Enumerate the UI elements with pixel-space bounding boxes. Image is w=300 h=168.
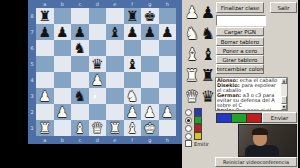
square-c8[interactable] [71,8,89,24]
square-h7[interactable]: ♟ [159,24,177,40]
draw-color-row-red [185,124,215,132]
load-pgn-button[interactable]: Cargar PGN [216,27,264,36]
square-g1[interactable]: ♚ [141,120,159,136]
square-c6[interactable]: ♞ [71,40,89,56]
square-g3[interactable] [141,88,159,104]
piece-palette: ♟♟♞♞♝♝♜♜♛♛ [184,2,216,108]
webcam-video [238,124,297,157]
file-label-e: e [106,0,124,8]
square-e5[interactable] [106,56,124,72]
square-h3[interactable] [159,88,177,104]
file-label-f: f [124,136,142,144]
square-c4[interactable] [71,72,89,88]
scroll-down-icon[interactable]: ▼ [281,104,287,110]
black-knight[interactable]: ♞ [71,40,89,56]
square-g6[interactable] [141,40,159,56]
file-label-h: h [159,0,177,8]
reset-button[interactable]: Poner a cero [216,46,264,55]
square-g2[interactable]: ♟ [141,104,159,120]
color-radio-yellow[interactable] [185,133,192,140]
square-e4[interactable] [106,72,124,88]
rank-label-7: 7 [28,24,36,40]
white-pawn[interactable]: ♟ [54,104,72,120]
white-bishop[interactable]: ♝ [124,120,142,136]
white-knight[interactable]: ♞ [124,88,142,104]
exit-button[interactable]: Salir [270,2,297,13]
black-queen[interactable]: ♛ [89,56,107,72]
file-label-a: a [36,136,54,144]
file-label-e: e [106,136,124,144]
file-label-b: b [54,136,72,144]
square-h4[interactable] [159,72,177,88]
square-e3[interactable] [106,88,124,104]
draw-color-row-blue [185,108,215,116]
square-f1[interactable]: ♝ [124,120,142,136]
black-pawn[interactable]: ♟ [71,24,89,40]
file-label-c: c [71,136,89,144]
square-g4[interactable] [141,72,159,88]
square-c1[interactable]: ♝ [71,120,89,136]
color-swatch-green[interactable] [194,116,202,124]
rank-label-2: 2 [28,104,36,120]
palette-black-rook[interactable]: ♜ [200,65,216,86]
square-h8[interactable] [159,8,177,24]
square-c2[interactable] [71,104,89,120]
black-pawn[interactable]: ♟ [159,24,177,40]
swap-colors-button[interactable]: Intercambiar colores [216,64,264,74]
square-b4[interactable] [54,72,72,88]
white-pawn[interactable]: ♟ [89,72,107,88]
color-radio-green[interactable] [185,117,192,124]
scroll-up-icon[interactable]: ▲ [281,78,287,84]
palette-black-pawn[interactable]: ♟ [200,2,216,23]
chat-message: brujo: Que pasa si el cambio con gananci… [217,108,281,110]
black-king[interactable]: ♚ [141,8,159,24]
mouse-cursor [94,95,96,98]
side-panel: ♟♟♞♞♝♝♜♜♛♛ Emitir Finalizar clase Salir … [182,0,298,168]
rank-label-6: 6 [28,40,36,56]
draw-color-row-green [185,116,215,124]
file-label-a: a [36,0,54,8]
white-pawn[interactable]: ♟ [141,104,159,120]
black-pawn[interactable]: ♟ [124,24,142,40]
black-pawn[interactable]: ♟ [54,24,72,40]
white-queen[interactable]: ♛ [89,120,107,136]
color-bar [216,113,262,123]
square-a4[interactable] [36,72,54,88]
square-h6[interactable] [159,40,177,56]
rank-label-3: 3 [28,88,36,104]
black-pawn[interactable]: ♟ [141,24,159,40]
broadcast-row: Emitir [185,140,209,147]
square-b3[interactable] [54,88,72,104]
white-pawn[interactable]: ♟ [124,104,142,120]
file-label-b: b [54,0,72,8]
square-a7[interactable]: ♟ [36,24,54,40]
square-f2[interactable]: ♟ [124,104,142,120]
chat-messages: Alonso: echa el caballoDisekio: para esp… [217,78,281,110]
color-radio-blue[interactable] [185,109,192,116]
square-d6[interactable] [89,40,107,56]
square-f3[interactable]: ♞ [124,88,142,104]
white-pawn[interactable]: ♟ [36,88,54,104]
square-e2[interactable] [106,104,124,120]
square-a5[interactable] [36,56,54,72]
white-king[interactable]: ♚ [141,120,159,136]
square-d7[interactable] [89,24,107,40]
square-g5[interactable] [141,56,159,72]
chat-message: German: a3 o c3 para evitar su defensa d… [217,93,281,108]
square-d3[interactable] [89,88,107,104]
square-a3[interactable]: ♟ [36,88,54,104]
square-b2[interactable]: ♟ [54,104,72,120]
command-input[interactable] [216,15,266,26]
square-b5[interactable] [54,56,72,72]
palette-black-queen[interactable]: ♛ [200,86,216,107]
palette-black-bishop[interactable]: ♝ [200,44,216,65]
square-f5[interactable]: ♝ [124,56,142,72]
send-button[interactable]: Enviar [262,112,297,123]
square-b7[interactable]: ♟ [54,24,72,40]
file-labels-top: abcdefgh [36,0,176,8]
square-a1[interactable]: ♜ [36,120,54,136]
square-f4[interactable] [124,72,142,88]
square-d5[interactable]: ♛ [89,56,107,72]
square-g7[interactable]: ♟ [141,24,159,40]
color-swatch-yellow[interactable] [194,132,202,140]
chat-scrollbar[interactable]: ▲ ▼ [281,78,287,110]
color-radio-red[interactable] [185,125,192,132]
broadcast-label: Emitir [194,141,209,147]
bar-swatch-red[interactable] [247,113,262,123]
black-pawn[interactable]: ♟ [36,24,54,40]
square-a8[interactable]: ♜ [36,8,54,24]
file-label-h: h [159,136,177,144]
rank-label-1: 1 [28,120,36,136]
square-c3[interactable]: ♞ [71,88,89,104]
square-e8[interactable] [106,8,124,24]
square-d4[interactable]: ♟ [89,72,107,88]
file-label-f: f [124,0,142,8]
rank-label-4: 4 [28,72,36,88]
color-swatch-red[interactable] [194,124,202,132]
rank-label-5: 5 [28,56,36,72]
chat-log: Alonso: echa el caballoDisekio: para esp… [215,77,288,111]
square-a6[interactable] [36,40,54,56]
square-f6[interactable] [124,40,142,56]
clear-board-button[interactable]: Borrar tablero [216,37,264,46]
square-f8[interactable]: ♜ [124,8,142,24]
square-d1[interactable]: ♛ [89,120,107,136]
file-label-g: g [141,136,159,144]
file-labels-bottom: abcdefgh [36,136,176,144]
rank-label-8: 8 [28,8,36,24]
square-b1[interactable] [54,120,72,136]
app-window: abcdefgh 87654321 ♜♜♚♟♟♟♝♟♟♟♞♛♝♟♟♞♞♟♟♟♟♜… [0,0,300,168]
draw-color-row-yellow [185,132,215,140]
palette-white-knight[interactable]: ♞ [184,23,200,44]
square-g8[interactable]: ♚ [141,8,159,24]
black-knight[interactable]: ♞ [71,88,89,104]
flip-board-button[interactable]: Girar tablero [216,55,264,64]
square-e7[interactable]: ♝ [106,24,124,40]
person-silhouette [245,145,279,157]
chess-board: abcdefgh 87654321 ♜♜♚♟♟♟♝♟♟♟♞♛♝♟♟♞♞♟♟♟♟♜… [28,0,182,144]
file-label-d: d [89,136,107,144]
black-rook[interactable]: ♜ [36,8,54,24]
file-label-d: d [89,0,107,8]
square-h2[interactable]: ♟ [159,104,177,120]
bar-swatch-blue[interactable] [216,113,232,123]
board-squares: ♜♜♚♟♟♟♝♟♟♟♞♛♝♟♟♞♞♟♟♟♟♜♝♛♜♝♚ [36,8,176,136]
square-f7[interactable]: ♟ [124,24,142,40]
file-label-c: c [71,0,89,8]
white-bishop[interactable]: ♝ [71,120,89,136]
black-bishop[interactable]: ♝ [124,56,142,72]
square-e1[interactable]: ♜ [106,120,124,136]
black-rook[interactable]: ♜ [124,8,142,24]
square-c5[interactable] [71,56,89,72]
bar-swatch-green[interactable] [232,113,247,123]
white-pawn[interactable]: ♟ [159,104,177,120]
square-d2[interactable] [89,104,107,120]
square-c7[interactable]: ♟ [71,24,89,40]
square-d8[interactable] [89,8,107,24]
palette-white-rook[interactable]: ♜ [184,65,200,86]
palette-black-knight[interactable]: ♞ [200,23,216,44]
square-b8[interactable] [54,8,72,24]
white-rook[interactable]: ♜ [36,120,54,136]
broadcast-checkbox[interactable] [185,140,192,147]
scroll-thumb[interactable] [281,96,287,104]
draw-color-options [185,108,215,140]
palette-white-pawn[interactable]: ♟ [184,2,200,23]
restart-videoconference-button[interactable]: Reiniciar videoconferencia [215,157,297,167]
black-bishop[interactable]: ♝ [106,24,124,40]
palette-white-queen[interactable]: ♛ [184,86,200,107]
white-rook[interactable]: ♜ [106,120,124,136]
square-e6[interactable] [106,40,124,56]
square-b6[interactable] [54,40,72,56]
person-hair [252,128,268,135]
square-h1[interactable] [159,120,177,136]
rank-labels-left: 87654321 [28,8,36,136]
square-h5[interactable] [159,56,177,72]
color-swatch-blue[interactable] [194,108,202,116]
finish-class-button[interactable]: Finalizar clase [216,2,264,13]
palette-white-bishop[interactable]: ♝ [184,44,200,65]
file-label-g: g [141,0,159,8]
square-a2[interactable] [36,104,54,120]
